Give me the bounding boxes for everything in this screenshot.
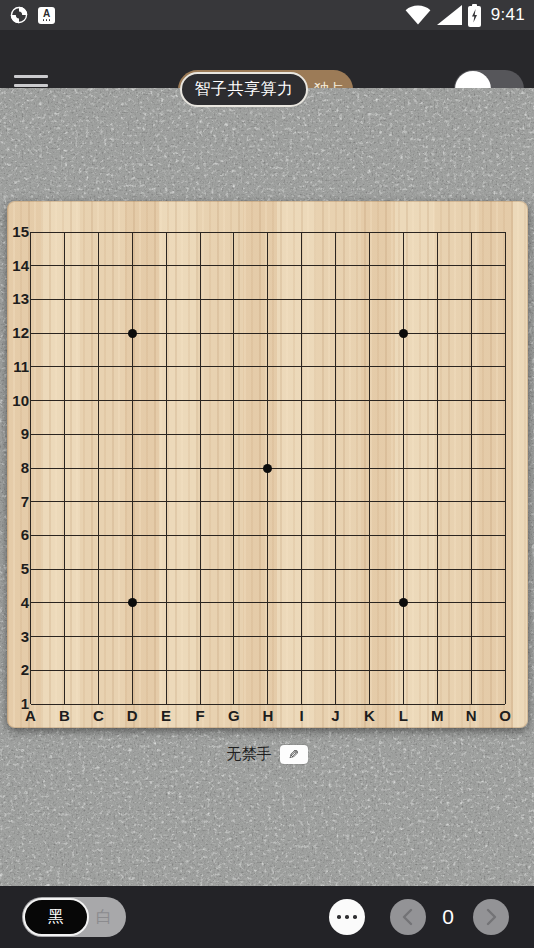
intersection-O10[interactable]: [488, 384, 522, 418]
intersection-N10[interactable]: [454, 384, 488, 418]
row-label-14: 14: [7, 258, 29, 274]
intersection-J4[interactable]: [319, 586, 353, 620]
intersection-L8[interactable]: [386, 451, 420, 485]
status-bar: A 9:41: [0, 0, 534, 30]
intersection-O15[interactable]: [488, 215, 522, 249]
intersection-G3[interactable]: [217, 620, 251, 654]
intersection-C2[interactable]: [81, 653, 115, 687]
intersection-H3[interactable]: [251, 620, 285, 654]
intersection-C7[interactable]: [81, 485, 115, 519]
intersection-O12[interactable]: [488, 316, 522, 350]
intersection-M7[interactable]: [420, 485, 454, 519]
chevron-right-icon: [483, 907, 499, 927]
intersection-N8[interactable]: [454, 451, 488, 485]
intersection-F8[interactable]: [183, 451, 217, 485]
intersection-N4[interactable]: [454, 586, 488, 620]
move-counter: 0: [432, 899, 464, 935]
intersection-H13[interactable]: [251, 283, 285, 317]
intersection-K14[interactable]: [353, 249, 387, 283]
shutter-icon: [9, 5, 29, 25]
col-label-H: H: [258, 708, 278, 724]
intersection-M15[interactable]: [420, 215, 454, 249]
intersection-N14[interactable]: [454, 249, 488, 283]
intersection-N13[interactable]: [454, 283, 488, 317]
intersection-J13[interactable]: [319, 283, 353, 317]
intersection-G15[interactable]: [217, 215, 251, 249]
intersection-L7[interactable]: [386, 485, 420, 519]
col-label-G: G: [224, 708, 244, 724]
intersection-J11[interactable]: [319, 350, 353, 384]
intersection-D4[interactable]: [115, 586, 149, 620]
intersection-L13[interactable]: [386, 283, 420, 317]
intersection-M11[interactable]: [420, 350, 454, 384]
intersection-B13[interactable]: [47, 283, 81, 317]
intersection-N15[interactable]: [454, 215, 488, 249]
input-method-a-icon: A: [38, 7, 55, 24]
row-label-8: 8: [7, 460, 29, 476]
intersection-M2[interactable]: [420, 653, 454, 687]
row-label-4: 4: [7, 595, 29, 611]
header: 智子共享算力 独占: [0, 30, 534, 88]
intersection-G7[interactable]: [217, 485, 251, 519]
intersection-H8[interactable]: [251, 451, 285, 485]
intersection-C14[interactable]: [81, 249, 115, 283]
col-label-O: O: [495, 708, 515, 724]
wifi-icon: [405, 5, 431, 25]
col-label-A: A: [21, 708, 41, 724]
col-label-L: L: [393, 708, 413, 724]
intersection-I11[interactable]: [285, 350, 319, 384]
intersection-B14[interactable]: [47, 249, 81, 283]
intersection-F5[interactable]: [183, 552, 217, 586]
col-label-C: C: [88, 708, 108, 724]
intersection-C13[interactable]: [81, 283, 115, 317]
intersection-E4[interactable]: [149, 586, 183, 620]
intersection-B11[interactable]: [47, 350, 81, 384]
intersection-D2[interactable]: [115, 653, 149, 687]
intersection-N6[interactable]: [454, 518, 488, 552]
intersection-G9[interactable]: [217, 417, 251, 451]
intersection-F7[interactable]: [183, 485, 217, 519]
intersection-O8[interactable]: [488, 451, 522, 485]
col-label-D: D: [122, 708, 142, 724]
edit-rule-button[interactable]: ✎: [280, 745, 308, 764]
intersection-O13[interactable]: [488, 283, 522, 317]
intersection-N7[interactable]: [454, 485, 488, 519]
intersection-M13[interactable]: [420, 283, 454, 317]
intersection-D14[interactable]: [115, 249, 149, 283]
intersection-C5[interactable]: [81, 552, 115, 586]
side-white-label: 白: [96, 897, 112, 937]
intersection-I8[interactable]: [285, 451, 319, 485]
status-bar-right: 9:41: [405, 4, 525, 27]
intersection-D8[interactable]: [115, 451, 149, 485]
more-options-button[interactable]: [329, 899, 365, 935]
intersection-E5[interactable]: [149, 552, 183, 586]
bottom-bar: 白 黑 0: [0, 886, 534, 948]
intersection-B15[interactable]: [47, 215, 81, 249]
intersection-D12[interactable]: [115, 316, 149, 350]
intersection-J14[interactable]: [319, 249, 353, 283]
intersection-N9[interactable]: [454, 417, 488, 451]
intersection-K4[interactable]: [353, 586, 387, 620]
intersection-B4[interactable]: [47, 586, 81, 620]
intersection-E11[interactable]: [149, 350, 183, 384]
intersection-C15[interactable]: [81, 215, 115, 249]
intersection-E2[interactable]: [149, 653, 183, 687]
col-label-M: M: [427, 708, 447, 724]
intersection-N11[interactable]: [454, 350, 488, 384]
intersection-L15[interactable]: [386, 215, 420, 249]
intersection-D7[interactable]: [115, 485, 149, 519]
intersection-M10[interactable]: [420, 384, 454, 418]
intersection-G8[interactable]: [217, 451, 251, 485]
intersection-J7[interactable]: [319, 485, 353, 519]
segment-shared-compute[interactable]: 智子共享算力: [180, 72, 308, 107]
intersection-D10[interactable]: [115, 384, 149, 418]
intersection-G14[interactable]: [217, 249, 251, 283]
intersection-K6[interactable]: [353, 518, 387, 552]
intersection-G5[interactable]: [217, 552, 251, 586]
row-label-15: 15: [7, 224, 29, 240]
intersection-L3[interactable]: [386, 620, 420, 654]
intersection-K13[interactable]: [353, 283, 387, 317]
row-label-12: 12: [7, 325, 29, 341]
intersection-J9[interactable]: [319, 417, 353, 451]
intersection-M6[interactable]: [420, 518, 454, 552]
intersection-H7[interactable]: [251, 485, 285, 519]
intersection-J15[interactable]: [319, 215, 353, 249]
intersection-L11[interactable]: [386, 350, 420, 384]
side-color-toggle[interactable]: 白 黑: [22, 897, 126, 937]
intersection-M12[interactable]: [420, 316, 454, 350]
intersection-F13[interactable]: [183, 283, 217, 317]
intersection-M8[interactable]: [420, 451, 454, 485]
intersection-I15[interactable]: [285, 215, 319, 249]
intersection-C4[interactable]: [81, 586, 115, 620]
intersection-E14[interactable]: [149, 249, 183, 283]
intersection-D11[interactable]: [115, 350, 149, 384]
row-label-7: 7: [7, 494, 29, 510]
intersection-F10[interactable]: [183, 384, 217, 418]
status-bar-left: A: [9, 5, 55, 25]
intersection-L14[interactable]: [386, 249, 420, 283]
intersection-E9[interactable]: [149, 417, 183, 451]
intersection-F9[interactable]: [183, 417, 217, 451]
intersection-J6[interactable]: [319, 518, 353, 552]
intersection-B8[interactable]: [47, 451, 81, 485]
a-icon-dots: [43, 19, 51, 21]
intersection-O7[interactable]: [488, 485, 522, 519]
intersection-I5[interactable]: [285, 552, 319, 586]
col-label-F: F: [190, 708, 210, 724]
intersection-D3[interactable]: [115, 620, 149, 654]
intersection-M5[interactable]: [420, 552, 454, 586]
intersection-M3[interactable]: [420, 620, 454, 654]
row-label-2: 2: [7, 662, 29, 678]
intersection-L12[interactable]: [386, 316, 420, 350]
intersection-E6[interactable]: [149, 518, 183, 552]
intersection-C11[interactable]: [81, 350, 115, 384]
app-root: A 9:41 智子共享算力 独占: [0, 0, 534, 948]
gomoku-board: 151413121110987654321ABCDEFGHIJKLMNO: [7, 201, 528, 728]
intersection-E7[interactable]: [149, 485, 183, 519]
chevron-left-icon: [400, 907, 416, 927]
col-label-K: K: [359, 708, 379, 724]
intersection-H5[interactable]: [251, 552, 285, 586]
intersection-K8[interactable]: [353, 451, 387, 485]
intersection-F11[interactable]: [183, 350, 217, 384]
col-label-E: E: [156, 708, 176, 724]
rule-row: 无禁手 ✎: [0, 742, 534, 766]
battery-charging-icon: [468, 4, 481, 27]
intersection-J12[interactable]: [319, 316, 353, 350]
intersection-O14[interactable]: [488, 249, 522, 283]
intersection-J5[interactable]: [319, 552, 353, 586]
intersection-K5[interactable]: [353, 552, 387, 586]
intersection-H4[interactable]: [251, 586, 285, 620]
intersection-L9[interactable]: [386, 417, 420, 451]
previous-move-button[interactable]: [390, 899, 426, 935]
status-time: 9:41: [491, 5, 525, 25]
intersection-O6[interactable]: [488, 518, 522, 552]
intersection-I4[interactable]: [285, 586, 319, 620]
intersection-C3[interactable]: [81, 620, 115, 654]
intersection-G4[interactable]: [217, 586, 251, 620]
intersection-F4[interactable]: [183, 586, 217, 620]
intersection-J2[interactable]: [319, 653, 353, 687]
intersection-F3[interactable]: [183, 620, 217, 654]
intersection-E13[interactable]: [149, 283, 183, 317]
intersection-I7[interactable]: [285, 485, 319, 519]
intersection-J10[interactable]: [319, 384, 353, 418]
intersection-K15[interactable]: [353, 215, 387, 249]
cellular-icon: [437, 5, 462, 25]
intersection-B6[interactable]: [47, 518, 81, 552]
row-label-13: 13: [7, 291, 29, 307]
intersection-C6[interactable]: [81, 518, 115, 552]
intersection-D9[interactable]: [115, 417, 149, 451]
intersection-K10[interactable]: [353, 384, 387, 418]
intersection-K11[interactable]: [353, 350, 387, 384]
row-label-3: 3: [7, 629, 29, 645]
intersection-H12[interactable]: [251, 316, 285, 350]
intersection-G10[interactable]: [217, 384, 251, 418]
row-label-10: 10: [7, 393, 29, 409]
intersection-D5[interactable]: [115, 552, 149, 586]
intersection-N12[interactable]: [454, 316, 488, 350]
intersection-B7[interactable]: [47, 485, 81, 519]
intersection-I6[interactable]: [285, 518, 319, 552]
row-label-6: 6: [7, 527, 29, 543]
intersection-E3[interactable]: [149, 620, 183, 654]
intersection-I12[interactable]: [285, 316, 319, 350]
intersection-K7[interactable]: [353, 485, 387, 519]
intersection-K12[interactable]: [353, 316, 387, 350]
intersection-O5[interactable]: [488, 552, 522, 586]
intersection-C10[interactable]: [81, 384, 115, 418]
intersection-E10[interactable]: [149, 384, 183, 418]
intersection-E12[interactable]: [149, 316, 183, 350]
intersection-F12[interactable]: [183, 316, 217, 350]
intersection-M14[interactable]: [420, 249, 454, 283]
intersection-I13[interactable]: [285, 283, 319, 317]
intersection-L4[interactable]: [386, 586, 420, 620]
intersection-J3[interactable]: [319, 620, 353, 654]
intersection-L10[interactable]: [386, 384, 420, 418]
intersection-E15[interactable]: [149, 215, 183, 249]
intersection-M9[interactable]: [420, 417, 454, 451]
intersection-I14[interactable]: [285, 249, 319, 283]
intersection-N2[interactable]: [454, 653, 488, 687]
intersection-O4[interactable]: [488, 586, 522, 620]
intersection-I2[interactable]: [285, 653, 319, 687]
intersection-D15[interactable]: [115, 215, 149, 249]
intersection-N3[interactable]: [454, 620, 488, 654]
intersection-B12[interactable]: [47, 316, 81, 350]
intersection-O2[interactable]: [488, 653, 522, 687]
intersection-G6[interactable]: [217, 518, 251, 552]
intersection-I9[interactable]: [285, 417, 319, 451]
intersection-D6[interactable]: [115, 518, 149, 552]
intersection-K2[interactable]: [353, 653, 387, 687]
ellipsis-icon: [337, 915, 341, 919]
intersection-O3[interactable]: [488, 620, 522, 654]
intersection-F6[interactable]: [183, 518, 217, 552]
pencil-icon: ✎: [288, 748, 299, 761]
intersection-N5[interactable]: [454, 552, 488, 586]
intersection-H6[interactable]: [251, 518, 285, 552]
intersection-H2[interactable]: [251, 653, 285, 687]
a-icon-letter: A: [43, 9, 50, 18]
intersection-B9[interactable]: [47, 417, 81, 451]
intersection-G13[interactable]: [217, 283, 251, 317]
intersection-H14[interactable]: [251, 249, 285, 283]
intersection-H15[interactable]: [251, 215, 285, 249]
intersection-H11[interactable]: [251, 350, 285, 384]
intersection-O9[interactable]: [488, 417, 522, 451]
col-label-B: B: [54, 708, 74, 724]
intersection-L6[interactable]: [386, 518, 420, 552]
intersection-C9[interactable]: [81, 417, 115, 451]
side-black-selected: 黑: [23, 898, 89, 936]
intersection-B10[interactable]: [47, 384, 81, 418]
row-label-11: 11: [7, 359, 29, 375]
intersection-L5[interactable]: [386, 552, 420, 586]
intersection-K3[interactable]: [353, 620, 387, 654]
intersection-K9[interactable]: [353, 417, 387, 451]
intersection-F2[interactable]: [183, 653, 217, 687]
intersection-J8[interactable]: [319, 451, 353, 485]
row-label-9: 9: [7, 426, 29, 442]
intersection-G11[interactable]: [217, 350, 251, 384]
intersection-C8[interactable]: [81, 451, 115, 485]
intersection-I10[interactable]: [285, 384, 319, 418]
intersection-M4[interactable]: [420, 586, 454, 620]
intersection-B3[interactable]: [47, 620, 81, 654]
intersection-G2[interactable]: [217, 653, 251, 687]
rule-text: 无禁手: [227, 745, 272, 764]
intersection-G12[interactable]: [217, 316, 251, 350]
intersection-H10[interactable]: [251, 384, 285, 418]
intersection-I3[interactable]: [285, 620, 319, 654]
col-label-J: J: [326, 708, 346, 724]
col-label-N: N: [461, 708, 481, 724]
board-intersection-grid: [14, 215, 522, 721]
intersection-F15[interactable]: [183, 215, 217, 249]
col-label-I: I: [292, 708, 312, 724]
intersection-B2[interactable]: [47, 653, 81, 687]
intersection-D13[interactable]: [115, 283, 149, 317]
intersection-L2[interactable]: [386, 653, 420, 687]
intersection-C12[interactable]: [81, 316, 115, 350]
intersection-O11[interactable]: [488, 350, 522, 384]
intersection-E8[interactable]: [149, 451, 183, 485]
intersection-B5[interactable]: [47, 552, 81, 586]
row-label-5: 5: [7, 561, 29, 577]
intersection-F14[interactable]: [183, 249, 217, 283]
intersection-H9[interactable]: [251, 417, 285, 451]
next-move-button[interactable]: [473, 899, 509, 935]
